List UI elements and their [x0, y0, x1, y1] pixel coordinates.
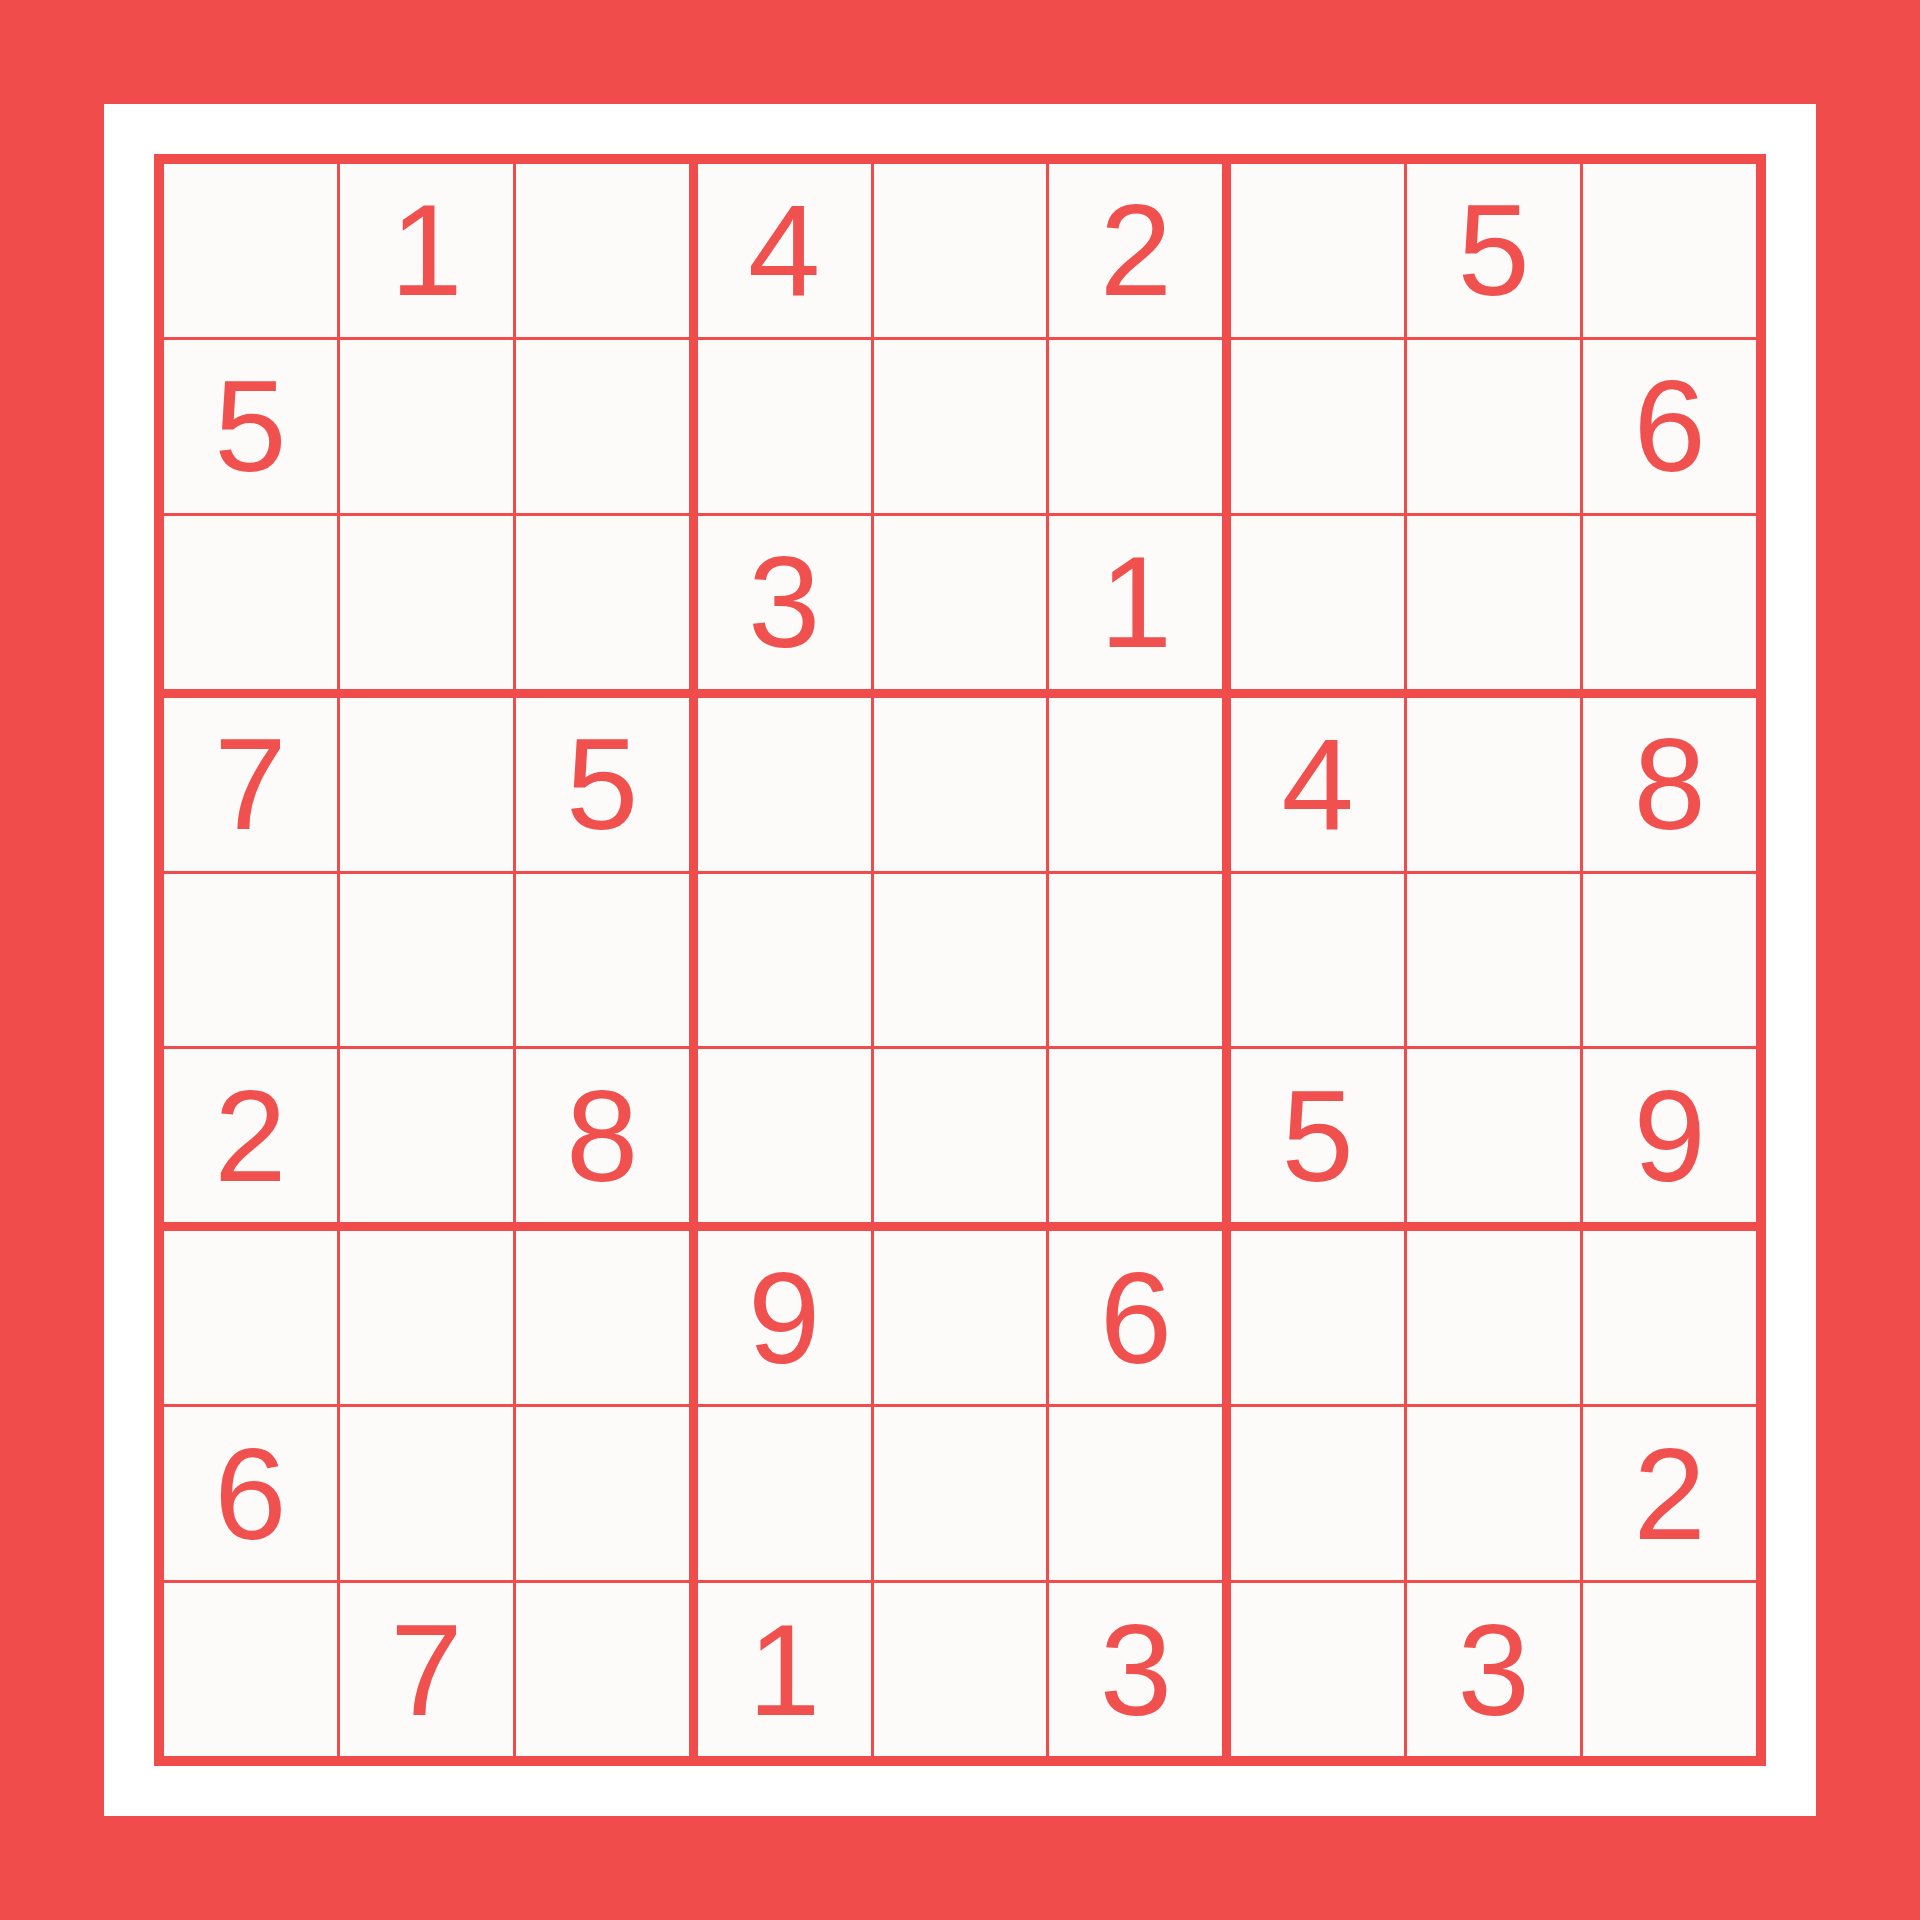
cell-r6c4[interactable] [698, 1049, 871, 1222]
cell-r1c2: 1 [340, 164, 513, 337]
cell-r8c5[interactable] [874, 1407, 1047, 1580]
cell-r9c7[interactable] [1231, 1583, 1404, 1756]
cell-r3c7[interactable] [1231, 516, 1404, 689]
cell-r4c3: 5 [516, 698, 689, 871]
cell-r1c1[interactable] [164, 164, 337, 337]
cell-r2c6[interactable] [1049, 340, 1222, 513]
cell-r4c1: 7 [164, 698, 337, 871]
cell-r6c8[interactable] [1407, 1049, 1580, 1222]
sudoku-board: 154231567528485967961323 [154, 154, 1766, 1766]
given-digit: 9 [748, 1253, 820, 1383]
given-digit: 1 [748, 1605, 820, 1735]
given-digit: 6 [1100, 1253, 1172, 1383]
white-frame: 154231567528485967961323 [104, 104, 1816, 1816]
given-digit: 2 [1100, 185, 1172, 315]
cell-r7c1[interactable] [164, 1231, 337, 1404]
cell-r3c4: 3 [698, 516, 871, 689]
given-digit: 1 [390, 185, 462, 315]
cell-r1c7[interactable] [1231, 164, 1404, 337]
given-digit: 9 [1633, 1071, 1705, 1201]
cell-r4c9: 8 [1583, 698, 1756, 871]
cell-r6c6[interactable] [1049, 1049, 1222, 1222]
cell-r9c2: 7 [340, 1583, 513, 1756]
cell-r5c9[interactable] [1583, 874, 1756, 1047]
given-digit: 5 [566, 719, 638, 849]
cell-r6c2[interactable] [340, 1049, 513, 1222]
cell-r2c9: 6 [1583, 340, 1756, 513]
box-2-3: 4859 [1231, 698, 1756, 1223]
box-3-2: 9613 [698, 1231, 1223, 1756]
given-digit: 6 [214, 1429, 286, 1559]
cell-r4c5[interactable] [874, 698, 1047, 871]
cell-r6c3: 8 [516, 1049, 689, 1222]
cell-r8c3[interactable] [516, 1407, 689, 1580]
cell-r8c9: 2 [1583, 1407, 1756, 1580]
cell-r9c8: 3 [1407, 1583, 1580, 1756]
cell-r2c1: 5 [164, 340, 337, 513]
given-digit: 5 [1282, 1071, 1354, 1201]
cell-r5c1[interactable] [164, 874, 337, 1047]
cell-r4c7: 4 [1231, 698, 1404, 871]
given-digit: 3 [1458, 1605, 1530, 1735]
cell-r1c3[interactable] [516, 164, 689, 337]
given-digit: 7 [214, 719, 286, 849]
cell-r2c4[interactable] [698, 340, 871, 513]
cell-r2c2[interactable] [340, 340, 513, 513]
cell-r5c7[interactable] [1231, 874, 1404, 1047]
cell-r3c9[interactable] [1583, 516, 1756, 689]
given-digit: 4 [1282, 719, 1354, 849]
cell-r1c6: 2 [1049, 164, 1222, 337]
given-digit: 7 [390, 1605, 462, 1735]
cell-r7c2[interactable] [340, 1231, 513, 1404]
cell-r6c1: 2 [164, 1049, 337, 1222]
cell-r9c9[interactable] [1583, 1583, 1756, 1756]
given-digit: 2 [214, 1071, 286, 1201]
box-1-1: 15 [164, 164, 689, 689]
cell-r9c1[interactable] [164, 1583, 337, 1756]
given-digit: 3 [748, 537, 820, 667]
cell-r8c8[interactable] [1407, 1407, 1580, 1580]
cell-r6c5[interactable] [874, 1049, 1047, 1222]
cell-r3c1[interactable] [164, 516, 337, 689]
cell-r2c7[interactable] [1231, 340, 1404, 513]
cell-r8c2[interactable] [340, 1407, 513, 1580]
given-digit: 2 [1633, 1429, 1705, 1559]
box-1-2: 4231 [698, 164, 1223, 689]
box-2-1: 7528 [164, 698, 689, 1223]
cell-r4c6[interactable] [1049, 698, 1222, 871]
given-digit: 5 [1458, 185, 1530, 315]
cell-r3c8[interactable] [1407, 516, 1580, 689]
given-digit: 6 [1633, 361, 1705, 491]
cell-r1c9[interactable] [1583, 164, 1756, 337]
cell-r7c8[interactable] [1407, 1231, 1580, 1404]
box-3-1: 67 [164, 1231, 689, 1756]
given-digit: 8 [1633, 719, 1705, 849]
cell-r2c5[interactable] [874, 340, 1047, 513]
cell-r6c9: 9 [1583, 1049, 1756, 1222]
box-3-3: 23 [1231, 1231, 1756, 1756]
given-digit: 5 [214, 361, 286, 491]
page-background: { "game": "sudoku", "grid_size": 9, "box… [0, 0, 1920, 1920]
cell-r2c3[interactable] [516, 340, 689, 513]
cell-r3c5[interactable] [874, 516, 1047, 689]
cell-r8c4[interactable] [698, 1407, 871, 1580]
cell-r7c7[interactable] [1231, 1231, 1404, 1404]
cell-r5c8[interactable] [1407, 874, 1580, 1047]
cell-r7c3[interactable] [516, 1231, 689, 1404]
cell-r4c4[interactable] [698, 698, 871, 871]
cell-r7c4: 9 [698, 1231, 871, 1404]
cell-r4c2[interactable] [340, 698, 513, 871]
given-digit: 4 [748, 185, 820, 315]
cell-r8c1: 6 [164, 1407, 337, 1580]
cell-r6c7: 5 [1231, 1049, 1404, 1222]
cell-r3c3[interactable] [516, 516, 689, 689]
cell-r7c6: 6 [1049, 1231, 1222, 1404]
cell-r9c6: 3 [1049, 1583, 1222, 1756]
cell-r5c6[interactable] [1049, 874, 1222, 1047]
box-1-3: 56 [1231, 164, 1756, 689]
cell-r4c8[interactable] [1407, 698, 1580, 871]
cell-r5c5[interactable] [874, 874, 1047, 1047]
given-digit: 1 [1100, 537, 1172, 667]
given-digit: 8 [566, 1071, 638, 1201]
cell-r1c5[interactable] [874, 164, 1047, 337]
cell-r5c2[interactable] [340, 874, 513, 1047]
cell-r1c8: 5 [1407, 164, 1580, 337]
cell-r9c3[interactable] [516, 1583, 689, 1756]
given-digit: 3 [1100, 1605, 1172, 1735]
cell-r3c6: 1 [1049, 516, 1222, 689]
cell-r3c2[interactable] [340, 516, 513, 689]
cell-r7c9[interactable] [1583, 1231, 1756, 1404]
cell-r9c4: 1 [698, 1583, 871, 1756]
cell-r8c6[interactable] [1049, 1407, 1222, 1580]
cell-r1c4: 4 [698, 164, 871, 337]
cell-r9c5[interactable] [874, 1583, 1047, 1756]
cell-r7c5[interactable] [874, 1231, 1047, 1404]
cell-r5c3[interactable] [516, 874, 689, 1047]
box-2-2 [698, 698, 1223, 1223]
cell-r5c4[interactable] [698, 874, 871, 1047]
cell-r2c8[interactable] [1407, 340, 1580, 513]
cell-r8c7[interactable] [1231, 1407, 1404, 1580]
